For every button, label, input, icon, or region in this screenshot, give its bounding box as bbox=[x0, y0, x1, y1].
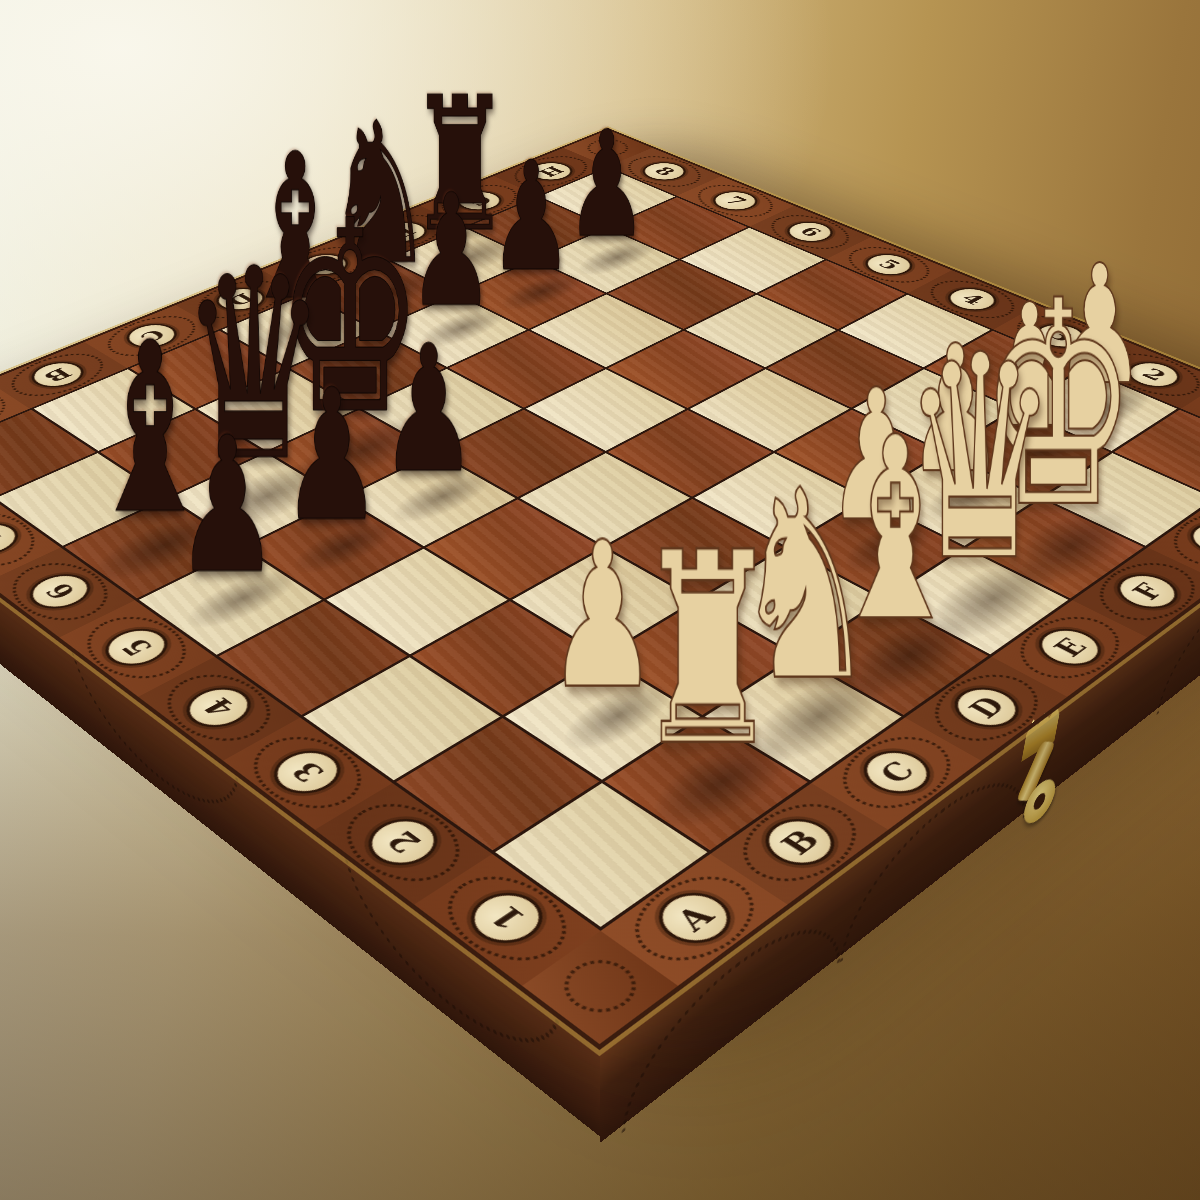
far-file-label-f: F bbox=[375, 219, 432, 244]
file-label-e: E bbox=[1031, 624, 1108, 670]
file-label-label: B bbox=[772, 824, 827, 861]
file-label-c: C bbox=[855, 745, 938, 799]
rank-label-label: 2 bbox=[377, 825, 428, 859]
rank-label-label: 3 bbox=[282, 756, 332, 787]
piece-white-rook-b1: ♜ bbox=[600, 517, 814, 782]
right-rank-label-8: 8 bbox=[637, 160, 691, 183]
rank-label-label: 1 bbox=[480, 899, 533, 936]
right-rank-label-label: 7 bbox=[719, 194, 751, 208]
file-label-label: A bbox=[667, 899, 722, 937]
far-file-label-label: H bbox=[533, 164, 569, 179]
right-rank-label-6: 6 bbox=[781, 219, 838, 244]
rank-label-label: 7 bbox=[0, 527, 11, 550]
square-a3 bbox=[304, 657, 500, 780]
rank-label-5: 5 bbox=[98, 624, 175, 670]
far-file-label-h: H bbox=[524, 160, 578, 183]
rank-label-1: 1 bbox=[462, 887, 552, 950]
piece-black-pawn-a5: ♟ bbox=[132, 412, 324, 600]
far-file-label-label: G bbox=[462, 193, 497, 208]
right-rank-label-label: 6 bbox=[794, 224, 827, 239]
right-rank-label-label: 8 bbox=[648, 165, 680, 178]
file-label-label: E bbox=[1046, 633, 1094, 661]
file-label-label: G bbox=[1196, 526, 1200, 551]
far-file-label-g: G bbox=[451, 189, 507, 213]
far-file-label-label: F bbox=[388, 224, 421, 239]
file-label-f: F bbox=[1110, 570, 1185, 613]
square-a4 bbox=[218, 601, 407, 715]
rank-label-2: 2 bbox=[360, 813, 447, 871]
file-label-label: F bbox=[1125, 579, 1171, 604]
rank-label-3: 3 bbox=[266, 745, 349, 799]
rank-label-7: 7 bbox=[0, 519, 25, 559]
file-label-b: B bbox=[757, 813, 844, 871]
right-rank-label-label: 5 bbox=[872, 257, 905, 273]
file-label-a: A bbox=[650, 887, 740, 950]
rank-label-cell: 7 bbox=[0, 498, 61, 582]
rank-label-4: 4 bbox=[179, 683, 259, 733]
file-label-g: G bbox=[1184, 519, 1200, 559]
file-label-cell: G bbox=[1148, 498, 1200, 582]
square-b4 bbox=[326, 548, 508, 654]
photo-background: ABCDEFGH ABCDEFGH 12345678 12345678 bbox=[0, 0, 1200, 1200]
rank-label-label: 6 bbox=[37, 579, 83, 604]
rank-label-label: 4 bbox=[194, 693, 242, 722]
file-label-label: D bbox=[961, 691, 1013, 723]
rank-label-6: 6 bbox=[23, 570, 98, 613]
right-rank-label-7: 7 bbox=[707, 189, 763, 213]
file-label-label: C bbox=[871, 755, 923, 788]
chess-board: ABCDEFGH ABCDEFGH 12345678 12345678 bbox=[0, 130, 1200, 1044]
right-rank-label-5: 5 bbox=[859, 251, 918, 278]
file-label-d: D bbox=[947, 683, 1027, 733]
rank-label-label: 5 bbox=[113, 634, 160, 661]
